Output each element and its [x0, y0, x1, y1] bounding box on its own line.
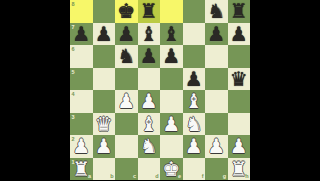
square-f7[interactable] — [183, 23, 206, 46]
rank-label-8: 8 — [72, 1, 75, 7]
file-label-b: b — [110, 173, 113, 179]
square-c2[interactable] — [115, 135, 138, 158]
square-e8[interactable] — [160, 0, 183, 23]
square-e4[interactable] — [160, 90, 183, 113]
black-pawn-piece[interactable]: ♟ — [138, 45, 161, 68]
square-h1[interactable]: h♜ — [228, 158, 251, 181]
square-g2[interactable]: ♟ — [205, 135, 228, 158]
square-c7[interactable]: ♟ — [115, 23, 138, 46]
square-b4[interactable] — [93, 90, 116, 113]
square-d7[interactable]: ♝ — [138, 23, 161, 46]
white-pawn-piece[interactable]: ♟ — [183, 135, 206, 158]
square-g3[interactable] — [205, 113, 228, 136]
square-h5[interactable]: ♛ — [228, 68, 251, 91]
black-pawn-piece[interactable]: ♟ — [93, 23, 116, 46]
square-d1[interactable]: d — [138, 158, 161, 181]
black-knight-piece[interactable]: ♞ — [115, 45, 138, 68]
square-a2[interactable]: 2♟ — [70, 135, 93, 158]
file-label-f: f — [202, 173, 204, 179]
white-pawn-piece[interactable]: ♟ — [70, 135, 93, 158]
black-knight-piece[interactable]: ♞ — [205, 0, 228, 23]
square-f4[interactable]: ♝ — [183, 90, 206, 113]
left-letterbox — [0, 0, 70, 180]
square-c3[interactable] — [115, 113, 138, 136]
square-a1[interactable]: 1a♜ — [70, 158, 93, 181]
file-label-c: c — [133, 173, 136, 179]
square-b5[interactable] — [93, 68, 116, 91]
square-e6[interactable]: ♟ — [160, 45, 183, 68]
square-g7[interactable]: ♟ — [205, 23, 228, 46]
black-queen-piece[interactable]: ♛ — [228, 68, 251, 91]
white-pawn-piece[interactable]: ♟ — [160, 113, 183, 136]
square-e7[interactable]: ♝ — [160, 23, 183, 46]
square-e1[interactable]: e♚ — [160, 158, 183, 181]
square-d5[interactable] — [138, 68, 161, 91]
square-d4[interactable]: ♟ — [138, 90, 161, 113]
black-bishop-piece[interactable]: ♝ — [138, 23, 161, 46]
video-frame: 8♚♜♞♜7♟♟♟♝♝♟♟6♞♟♟5♟♛4♟♟♝3♛♝♟♞2♟♟♞♟♟♟1a♜b… — [0, 0, 320, 180]
square-c4[interactable]: ♟ — [115, 90, 138, 113]
white-queen-piece[interactable]: ♛ — [93, 113, 116, 136]
white-pawn-piece[interactable]: ♟ — [205, 135, 228, 158]
rank-label-4: 4 — [72, 91, 75, 97]
square-h6[interactable] — [228, 45, 251, 68]
square-d2[interactable]: ♞ — [138, 135, 161, 158]
square-a6[interactable]: 6 — [70, 45, 93, 68]
black-king-piece[interactable]: ♚ — [115, 0, 138, 23]
square-f5[interactable]: ♟ — [183, 68, 206, 91]
square-b7[interactable]: ♟ — [93, 23, 116, 46]
square-h7[interactable]: ♟ — [228, 23, 251, 46]
square-g1[interactable]: g — [205, 158, 228, 181]
square-b1[interactable]: b — [93, 158, 116, 181]
white-knight-piece[interactable]: ♞ — [138, 135, 161, 158]
black-rook-piece[interactable]: ♜ — [138, 0, 161, 23]
black-pawn-piece[interactable]: ♟ — [228, 23, 251, 46]
square-b2[interactable]: ♟ — [93, 135, 116, 158]
square-g5[interactable] — [205, 68, 228, 91]
white-bishop-piece[interactable]: ♝ — [183, 90, 206, 113]
white-pawn-piece[interactable]: ♟ — [138, 90, 161, 113]
square-f2[interactable]: ♟ — [183, 135, 206, 158]
square-c1[interactable]: c — [115, 158, 138, 181]
square-a5[interactable]: 5 — [70, 68, 93, 91]
black-pawn-piece[interactable]: ♟ — [70, 23, 93, 46]
black-pawn-piece[interactable]: ♟ — [205, 23, 228, 46]
black-bishop-piece[interactable]: ♝ — [160, 23, 183, 46]
square-b8[interactable] — [93, 0, 116, 23]
square-a3[interactable]: 3 — [70, 113, 93, 136]
square-d6[interactable]: ♟ — [138, 45, 161, 68]
square-d8[interactable]: ♜ — [138, 0, 161, 23]
square-a7[interactable]: 7♟ — [70, 23, 93, 46]
chess-board[interactable]: 8♚♜♞♜7♟♟♟♝♝♟♟6♞♟♟5♟♛4♟♟♝3♛♝♟♞2♟♟♞♟♟♟1a♜b… — [70, 0, 250, 180]
rank-label-3: 3 — [72, 114, 75, 120]
square-e3[interactable]: ♟ — [160, 113, 183, 136]
square-g4[interactable] — [205, 90, 228, 113]
square-c8[interactable]: ♚ — [115, 0, 138, 23]
square-e2[interactable] — [160, 135, 183, 158]
square-f3[interactable]: ♞ — [183, 113, 206, 136]
square-f6[interactable] — [183, 45, 206, 68]
white-rook-piece[interactable]: ♜ — [70, 158, 93, 181]
white-pawn-piece[interactable]: ♟ — [93, 135, 116, 158]
rank-label-5: 5 — [72, 69, 75, 75]
white-rook-piece[interactable]: ♜ — [228, 158, 251, 181]
square-c5[interactable] — [115, 68, 138, 91]
white-pawn-piece[interactable]: ♟ — [115, 90, 138, 113]
square-g6[interactable] — [205, 45, 228, 68]
white-knight-piece[interactable]: ♞ — [183, 113, 206, 136]
file-label-g: g — [223, 173, 226, 179]
square-h2[interactable]: ♟ — [228, 135, 251, 158]
file-label-d: d — [155, 173, 158, 179]
square-a4[interactable]: 4 — [70, 90, 93, 113]
white-pawn-piece[interactable]: ♟ — [228, 135, 251, 158]
black-pawn-piece[interactable]: ♟ — [115, 23, 138, 46]
square-e5[interactable] — [160, 68, 183, 91]
square-h4[interactable] — [228, 90, 251, 113]
square-f1[interactable]: f — [183, 158, 206, 181]
square-h3[interactable] — [228, 113, 251, 136]
square-d3[interactable]: ♝ — [138, 113, 161, 136]
square-c6[interactable]: ♞ — [115, 45, 138, 68]
right-letterbox — [250, 0, 320, 180]
square-g8[interactable]: ♞ — [205, 0, 228, 23]
square-b6[interactable] — [93, 45, 116, 68]
black-rook-piece[interactable]: ♜ — [228, 0, 251, 23]
black-pawn-piece[interactable]: ♟ — [160, 45, 183, 68]
black-pawn-piece[interactable]: ♟ — [183, 68, 206, 91]
square-f8[interactable] — [183, 0, 206, 23]
white-king-piece[interactable]: ♚ — [160, 158, 183, 181]
square-b3[interactable]: ♛ — [93, 113, 116, 136]
square-h8[interactable]: ♜ — [228, 0, 251, 23]
square-a8[interactable]: 8 — [70, 0, 93, 23]
white-bishop-piece[interactable]: ♝ — [138, 113, 161, 136]
rank-label-6: 6 — [72, 46, 75, 52]
